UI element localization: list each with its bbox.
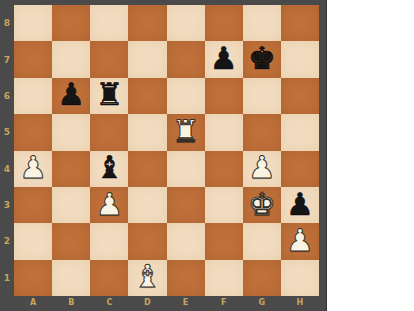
- square-a6[interactable]: [14, 78, 52, 114]
- file-label-e: E: [167, 295, 205, 309]
- square-c2[interactable]: [90, 223, 128, 259]
- rank-label-7: 7: [0, 41, 14, 77]
- file-label-c: C: [90, 295, 128, 309]
- black-pawn[interactable]: ♟: [57, 79, 85, 110]
- page: 87654321 ♟♚♟♜♜♟♝♟♟♚♟♟♝ ABCDEFGH: [0, 0, 414, 311]
- white-king[interactable]: ♚: [248, 189, 276, 220]
- square-d1[interactable]: ♝: [128, 260, 166, 296]
- square-f6[interactable]: [205, 78, 243, 114]
- rank-label-4: 4: [0, 151, 14, 187]
- square-c8[interactable]: [90, 5, 128, 41]
- square-a4[interactable]: ♟: [14, 151, 52, 187]
- square-g7[interactable]: ♚: [243, 41, 281, 77]
- rank-label-8: 8: [0, 5, 14, 41]
- square-f8[interactable]: [205, 5, 243, 41]
- square-c1[interactable]: [90, 260, 128, 296]
- square-e8[interactable]: [167, 5, 205, 41]
- file-label-a: A: [14, 295, 52, 309]
- black-bishop[interactable]: ♝: [95, 152, 123, 183]
- square-a7[interactable]: [14, 41, 52, 77]
- white-pawn[interactable]: ♟: [248, 152, 276, 183]
- square-f2[interactable]: [205, 223, 243, 259]
- square-e5[interactable]: ♜: [167, 114, 205, 150]
- rank-label-2: 2: [0, 223, 14, 259]
- square-d4[interactable]: [128, 151, 166, 187]
- rank-label-1: 1: [0, 260, 14, 296]
- file-label-f: F: [205, 295, 243, 309]
- rank-label-6: 6: [0, 78, 14, 114]
- black-pawn[interactable]: ♟: [210, 43, 238, 74]
- square-a3[interactable]: [14, 187, 52, 223]
- square-f7[interactable]: ♟: [205, 41, 243, 77]
- rank-label-3: 3: [0, 187, 14, 223]
- file-label-d: D: [128, 295, 166, 309]
- white-pawn[interactable]: ♟: [95, 189, 123, 220]
- square-h5[interactable]: [281, 114, 319, 150]
- square-h4[interactable]: [281, 151, 319, 187]
- square-h7[interactable]: [281, 41, 319, 77]
- square-b4[interactable]: [52, 151, 90, 187]
- white-rook[interactable]: ♜: [172, 116, 200, 147]
- square-c7[interactable]: [90, 41, 128, 77]
- square-g2[interactable]: [243, 223, 281, 259]
- square-e6[interactable]: [167, 78, 205, 114]
- square-b5[interactable]: [52, 114, 90, 150]
- square-e4[interactable]: [167, 151, 205, 187]
- square-h6[interactable]: [281, 78, 319, 114]
- file-label-b: B: [52, 295, 90, 309]
- square-g8[interactable]: [243, 5, 281, 41]
- square-d5[interactable]: [128, 114, 166, 150]
- black-rook[interactable]: ♜: [95, 79, 123, 110]
- white-bishop[interactable]: ♝: [134, 261, 162, 292]
- square-b8[interactable]: [52, 5, 90, 41]
- square-e1[interactable]: [167, 260, 205, 296]
- square-b6[interactable]: ♟: [52, 78, 90, 114]
- file-labels: ABCDEFGH: [14, 295, 319, 309]
- square-f5[interactable]: [205, 114, 243, 150]
- square-b3[interactable]: [52, 187, 90, 223]
- square-f1[interactable]: [205, 260, 243, 296]
- chessboard-frame: 87654321 ♟♚♟♜♜♟♝♟♟♚♟♟♝ ABCDEFGH: [0, 0, 327, 311]
- square-c4[interactable]: ♝: [90, 151, 128, 187]
- white-pawn[interactable]: ♟: [19, 152, 47, 183]
- square-a2[interactable]: [14, 223, 52, 259]
- file-label-h: H: [281, 295, 319, 309]
- square-g1[interactable]: [243, 260, 281, 296]
- square-g5[interactable]: [243, 114, 281, 150]
- file-label-g: G: [243, 295, 281, 309]
- black-king[interactable]: ♚: [248, 43, 276, 74]
- square-b2[interactable]: [52, 223, 90, 259]
- square-f3[interactable]: [205, 187, 243, 223]
- square-g3[interactable]: ♚: [243, 187, 281, 223]
- square-e2[interactable]: [167, 223, 205, 259]
- square-d8[interactable]: [128, 5, 166, 41]
- square-b1[interactable]: [52, 260, 90, 296]
- square-h3[interactable]: ♟: [281, 187, 319, 223]
- square-f4[interactable]: [205, 151, 243, 187]
- square-c6[interactable]: ♜: [90, 78, 128, 114]
- square-a5[interactable]: [14, 114, 52, 150]
- rank-labels: 87654321: [0, 5, 14, 296]
- square-a1[interactable]: [14, 260, 52, 296]
- square-g6[interactable]: [243, 78, 281, 114]
- chessboard[interactable]: ♟♚♟♜♜♟♝♟♟♚♟♟♝: [14, 5, 319, 296]
- square-c5[interactable]: [90, 114, 128, 150]
- square-e7[interactable]: [167, 41, 205, 77]
- square-h1[interactable]: [281, 260, 319, 296]
- rank-label-5: 5: [0, 114, 14, 150]
- black-pawn[interactable]: ♟: [286, 189, 314, 220]
- square-c3[interactable]: ♟: [90, 187, 128, 223]
- square-a8[interactable]: [14, 5, 52, 41]
- square-e3[interactable]: [167, 187, 205, 223]
- square-d2[interactable]: [128, 223, 166, 259]
- square-h2[interactable]: ♟: [281, 223, 319, 259]
- square-d6[interactable]: [128, 78, 166, 114]
- white-pawn[interactable]: ♟: [286, 225, 314, 256]
- square-g4[interactable]: ♟: [243, 151, 281, 187]
- square-d3[interactable]: [128, 187, 166, 223]
- square-b7[interactable]: [52, 41, 90, 77]
- square-d7[interactable]: [128, 41, 166, 77]
- square-h8[interactable]: [281, 5, 319, 41]
